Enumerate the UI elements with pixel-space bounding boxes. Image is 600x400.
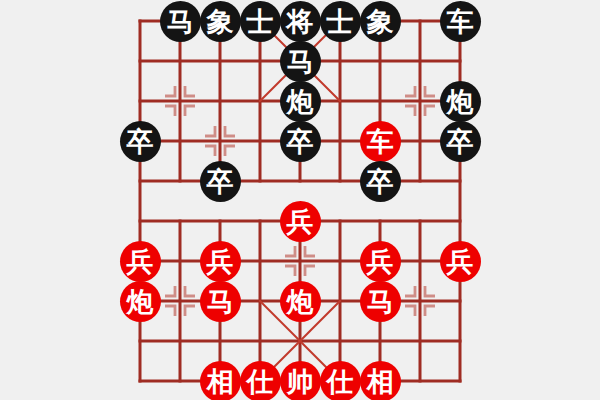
- piece-black-soldier[interactable]: 卒: [360, 161, 401, 202]
- piece-red-soldier[interactable]: 兵: [200, 241, 241, 282]
- piece-red-soldier[interactable]: 兵: [440, 241, 481, 282]
- piece-red-chariot[interactable]: 车: [360, 121, 401, 162]
- piece-black-soldier[interactable]: 卒: [440, 121, 481, 162]
- piece-red-elephant[interactable]: 相: [200, 361, 241, 400]
- piece-red-horse[interactable]: 马: [200, 281, 241, 322]
- piece-black-cannon[interactable]: 炮: [440, 81, 481, 122]
- piece-red-soldier[interactable]: 兵: [120, 241, 161, 282]
- piece-black-advisor[interactable]: 士: [320, 1, 361, 42]
- piece-black-elephant[interactable]: 象: [360, 1, 401, 42]
- piece-black-chariot[interactable]: 车: [440, 1, 481, 42]
- piece-red-soldier[interactable]: 兵: [360, 241, 401, 282]
- piece-red-cannon[interactable]: 炮: [120, 281, 161, 322]
- piece-black-soldier[interactable]: 卒: [280, 121, 321, 162]
- xiangqi-board[interactable]: 马象士将士象车马炮炮卒卒车卒卒卒兵兵兵兵兵炮马炮马相仕帅仕相: [0, 0, 600, 400]
- piece-red-cannon[interactable]: 炮: [280, 281, 321, 322]
- piece-red-advisor[interactable]: 仕: [320, 361, 361, 400]
- piece-black-general[interactable]: 将: [280, 1, 321, 42]
- pieces-layer: 马象士将士象车马炮炮卒卒车卒卒卒兵兵兵兵兵炮马炮马相仕帅仕相: [120, 1, 480, 400]
- piece-red-elephant[interactable]: 相: [360, 361, 401, 400]
- piece-black-horse[interactable]: 马: [160, 1, 201, 42]
- piece-red-horse[interactable]: 马: [360, 281, 401, 322]
- piece-red-advisor[interactable]: 仕: [240, 361, 281, 400]
- piece-black-horse[interactable]: 马: [280, 41, 321, 82]
- piece-black-cannon[interactable]: 炮: [280, 81, 321, 122]
- piece-black-elephant[interactable]: 象: [200, 1, 241, 42]
- piece-black-soldier[interactable]: 卒: [120, 121, 161, 162]
- piece-red-soldier[interactable]: 兵: [280, 201, 321, 242]
- piece-black-advisor[interactable]: 士: [240, 1, 281, 42]
- piece-red-general[interactable]: 帅: [280, 361, 321, 400]
- piece-black-soldier[interactable]: 卒: [200, 161, 241, 202]
